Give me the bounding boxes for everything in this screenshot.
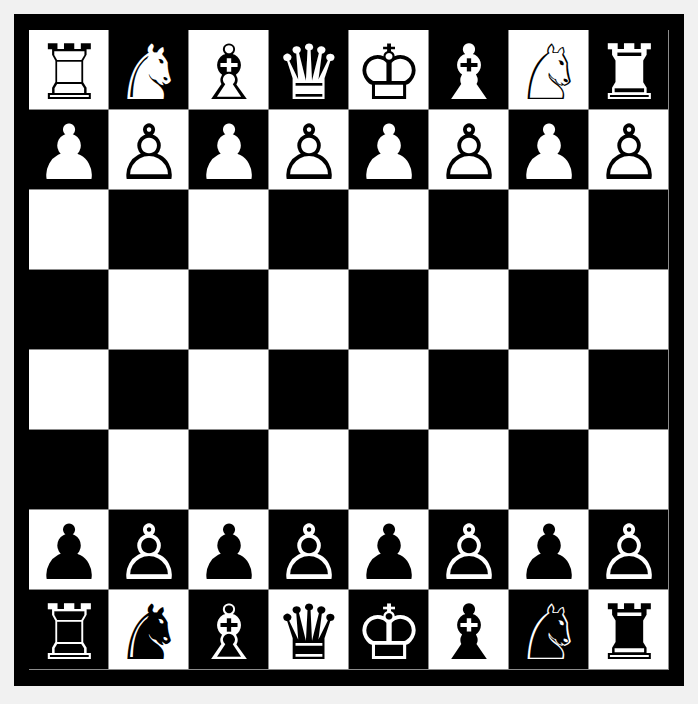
square-h4[interactable] — [589, 350, 669, 430]
square-g4[interactable] — [509, 350, 589, 430]
square-d2[interactable]: ♙ — [269, 510, 349, 590]
black-queen: ♛ — [275, 593, 343, 673]
square-d8[interactable]: ♛ — [269, 30, 349, 110]
square-e2[interactable]: ♟ — [349, 510, 429, 590]
black-pawn: ♟ — [195, 513, 263, 593]
square-c7[interactable]: ♟ — [189, 110, 269, 190]
square-b1[interactable]: ♞ — [109, 590, 189, 670]
black-pawn: ♟ — [515, 513, 583, 593]
white-rook: ♖ — [35, 33, 103, 113]
square-d6[interactable] — [269, 190, 349, 270]
square-e4[interactable] — [349, 350, 429, 430]
square-e7[interactable]: ♟ — [349, 110, 429, 190]
square-f6[interactable] — [429, 190, 509, 270]
page-background: ♖♞♗♛♔♝♘♜♟♙♟♙♟♙♟♙♟♙♟♙♟♙♟♙♖♞♗♛♔♝♘♜ — [0, 0, 698, 704]
white-king: ♔ — [355, 33, 423, 113]
white-bishop: ♝ — [435, 33, 503, 113]
white-pawn: ♟ — [355, 113, 423, 193]
square-a1[interactable]: ♖ — [29, 590, 109, 670]
square-c2[interactable]: ♟ — [189, 510, 269, 590]
white-pawn: ♙ — [115, 113, 183, 193]
square-b7[interactable]: ♙ — [109, 110, 189, 190]
white-knight: ♞ — [115, 33, 183, 113]
square-g6[interactable] — [509, 190, 589, 270]
square-a4[interactable] — [29, 350, 109, 430]
square-a7[interactable]: ♟ — [29, 110, 109, 190]
square-a6[interactable] — [29, 190, 109, 270]
white-pawn: ♙ — [435, 113, 503, 193]
square-b6[interactable] — [109, 190, 189, 270]
chess-board: ♖♞♗♛♔♝♘♜♟♙♟♙♟♙♟♙♟♙♟♙♟♙♟♙♖♞♗♛♔♝♘♜ — [29, 30, 669, 670]
square-e1[interactable]: ♔ — [349, 590, 429, 670]
square-g3[interactable] — [509, 430, 589, 510]
black-pawn: ♙ — [435, 513, 503, 593]
square-b5[interactable] — [109, 270, 189, 350]
square-c8[interactable]: ♗ — [189, 30, 269, 110]
square-h7[interactable]: ♙ — [589, 110, 669, 190]
black-pawn: ♙ — [595, 513, 663, 593]
square-g2[interactable]: ♟ — [509, 510, 589, 590]
square-b2[interactable]: ♙ — [109, 510, 189, 590]
white-pawn: ♟ — [515, 113, 583, 193]
white-pawn: ♟ — [35, 113, 103, 193]
square-h8[interactable]: ♜ — [589, 30, 669, 110]
black-rook: ♖ — [35, 593, 103, 673]
square-g7[interactable]: ♟ — [509, 110, 589, 190]
white-queen: ♛ — [275, 33, 343, 113]
black-pawn: ♟ — [355, 513, 423, 593]
square-c5[interactable] — [189, 270, 269, 350]
black-bishop: ♝ — [435, 593, 503, 673]
white-bishop: ♗ — [195, 33, 263, 113]
square-d7[interactable]: ♙ — [269, 110, 349, 190]
square-c3[interactable] — [189, 430, 269, 510]
square-f4[interactable] — [429, 350, 509, 430]
square-d5[interactable] — [269, 270, 349, 350]
square-c1[interactable]: ♗ — [189, 590, 269, 670]
white-pawn: ♙ — [275, 113, 343, 193]
square-h2[interactable]: ♙ — [589, 510, 669, 590]
square-e3[interactable] — [349, 430, 429, 510]
square-f5[interactable] — [429, 270, 509, 350]
square-b3[interactable] — [109, 430, 189, 510]
white-knight: ♘ — [515, 33, 583, 113]
square-d3[interactable] — [269, 430, 349, 510]
square-c4[interactable] — [189, 350, 269, 430]
square-g5[interactable] — [509, 270, 589, 350]
square-h1[interactable]: ♜ — [589, 590, 669, 670]
black-pawn: ♙ — [275, 513, 343, 593]
square-h5[interactable] — [589, 270, 669, 350]
black-bishop: ♗ — [195, 593, 263, 673]
square-f8[interactable]: ♝ — [429, 30, 509, 110]
black-king: ♔ — [355, 593, 423, 673]
square-a3[interactable] — [29, 430, 109, 510]
black-knight: ♞ — [115, 593, 183, 673]
square-h3[interactable] — [589, 430, 669, 510]
black-pawn: ♙ — [115, 513, 183, 593]
square-c6[interactable] — [189, 190, 269, 270]
square-f1[interactable]: ♝ — [429, 590, 509, 670]
square-a2[interactable]: ♟ — [29, 510, 109, 590]
square-g1[interactable]: ♘ — [509, 590, 589, 670]
square-b4[interactable] — [109, 350, 189, 430]
square-d4[interactable] — [269, 350, 349, 430]
square-a5[interactable] — [29, 270, 109, 350]
board-frame: ♖♞♗♛♔♝♘♜♟♙♟♙♟♙♟♙♟♙♟♙♟♙♟♙♖♞♗♛♔♝♘♜ — [14, 14, 684, 686]
square-e5[interactable] — [349, 270, 429, 350]
square-f3[interactable] — [429, 430, 509, 510]
square-f7[interactable]: ♙ — [429, 110, 509, 190]
white-pawn: ♟ — [195, 113, 263, 193]
square-a8[interactable]: ♖ — [29, 30, 109, 110]
square-d1[interactable]: ♛ — [269, 590, 349, 670]
black-pawn: ♟ — [35, 513, 103, 593]
square-f2[interactable]: ♙ — [429, 510, 509, 590]
white-pawn: ♙ — [595, 113, 663, 193]
black-knight: ♘ — [515, 593, 583, 673]
square-e8[interactable]: ♔ — [349, 30, 429, 110]
square-g8[interactable]: ♘ — [509, 30, 589, 110]
square-b8[interactable]: ♞ — [109, 30, 189, 110]
white-rook: ♜ — [595, 33, 663, 113]
square-h6[interactable] — [589, 190, 669, 270]
black-rook: ♜ — [595, 593, 663, 673]
square-e6[interactable] — [349, 190, 429, 270]
